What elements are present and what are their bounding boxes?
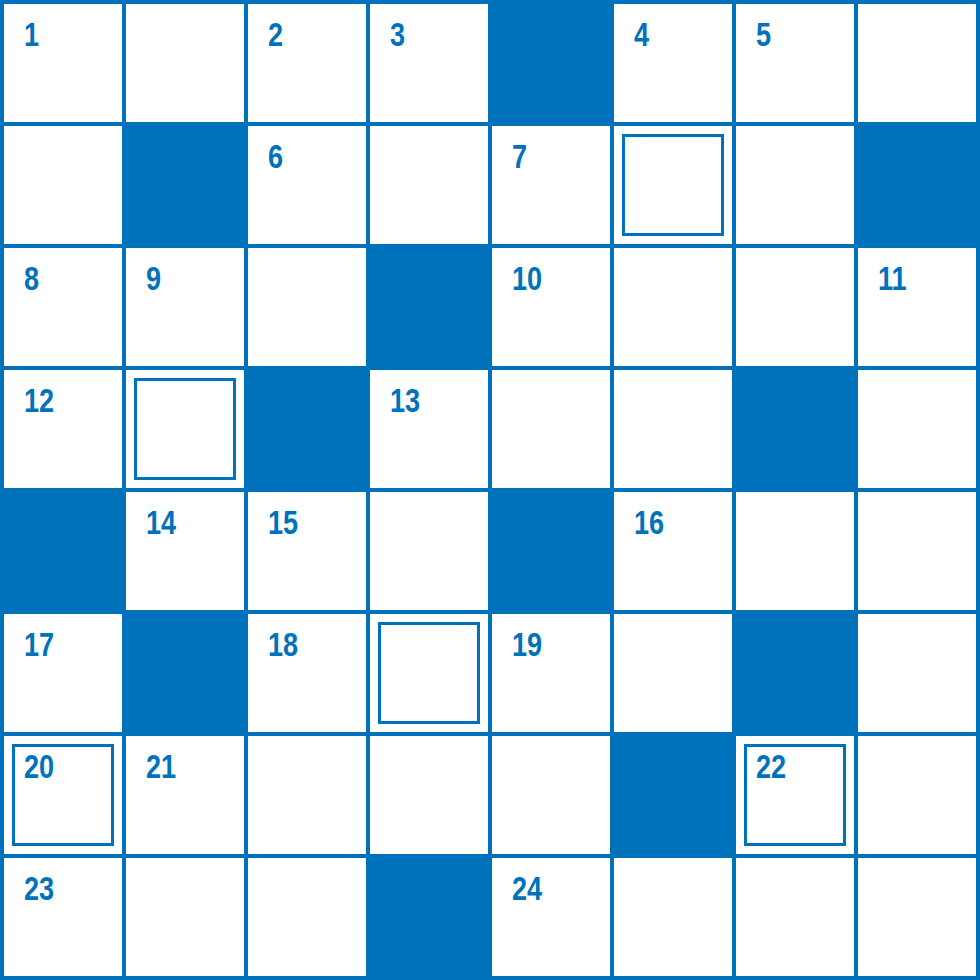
clue-number: 2 (268, 18, 283, 51)
white-cell-r4c8[interactable] (858, 370, 976, 488)
white-cell-r5c3[interactable]: 15 (248, 492, 366, 610)
white-cell-r2c3[interactable]: 6 (248, 126, 366, 244)
white-cell-r5c2[interactable]: 14 (126, 492, 244, 610)
white-cell-r4c2[interactable] (126, 370, 244, 488)
white-cell-r8c3[interactable] (248, 858, 366, 976)
white-cell-r2c4[interactable] (370, 126, 488, 244)
clue-number: 7 (512, 140, 527, 173)
clue-number: 24 (512, 872, 542, 905)
white-cell-r6c1[interactable]: 17 (4, 614, 122, 732)
white-cell-r8c5[interactable]: 24 (492, 858, 610, 976)
white-cell-r3c3[interactable] (248, 248, 366, 366)
marked-square-outline (378, 622, 480, 724)
white-cell-r7c3[interactable] (248, 736, 366, 854)
white-cell-r8c2[interactable] (126, 858, 244, 976)
white-cell-r5c8[interactable] (858, 492, 976, 610)
white-cell-r2c5[interactable]: 7 (492, 126, 610, 244)
white-cell-r1c7[interactable]: 5 (736, 4, 854, 122)
clue-number: 15 (268, 506, 298, 539)
white-cell-r4c6[interactable] (614, 370, 732, 488)
white-cell-r1c4[interactable]: 3 (370, 4, 488, 122)
block-cell-r1c5 (492, 4, 610, 122)
white-cell-r4c5[interactable] (492, 370, 610, 488)
white-cell-r1c6[interactable]: 4 (614, 4, 732, 122)
white-cell-r3c5[interactable]: 10 (492, 248, 610, 366)
clue-number: 6 (268, 140, 283, 173)
white-cell-r1c3[interactable]: 2 (248, 4, 366, 122)
clue-number: 16 (634, 506, 664, 539)
white-cell-r3c7[interactable] (736, 248, 854, 366)
white-cell-r5c6[interactable]: 16 (614, 492, 732, 610)
block-cell-r3c4 (370, 248, 488, 366)
white-cell-r1c8[interactable] (858, 4, 976, 122)
white-cell-r2c1[interactable] (4, 126, 122, 244)
white-cell-r6c3[interactable]: 18 (248, 614, 366, 732)
block-cell-r2c2 (126, 126, 244, 244)
white-cell-r8c6[interactable] (614, 858, 732, 976)
block-cell-r8c4 (370, 858, 488, 976)
white-cell-r3c6[interactable] (614, 248, 732, 366)
clue-number: 10 (512, 262, 542, 295)
block-cell-r6c2 (126, 614, 244, 732)
block-cell-r4c3 (248, 370, 366, 488)
white-cell-r2c7[interactable] (736, 126, 854, 244)
white-cell-r8c7[interactable] (736, 858, 854, 976)
white-cell-r4c1[interactable]: 12 (4, 370, 122, 488)
clue-number: 20 (24, 750, 54, 783)
white-cell-r4c4[interactable]: 13 (370, 370, 488, 488)
clue-number: 17 (24, 628, 54, 661)
clue-number: 9 (146, 262, 161, 295)
marked-square-outline (134, 378, 236, 480)
white-cell-r7c7[interactable]: 22 (736, 736, 854, 854)
clue-number: 21 (146, 750, 176, 783)
white-cell-r7c1[interactable]: 20 (4, 736, 122, 854)
clue-number: 13 (390, 384, 420, 417)
clue-number: 19 (512, 628, 542, 661)
white-cell-r8c8[interactable] (858, 858, 976, 976)
white-cell-r6c6[interactable] (614, 614, 732, 732)
block-cell-r5c5 (492, 492, 610, 610)
white-cell-r5c7[interactable] (736, 492, 854, 610)
block-cell-r7c6 (614, 736, 732, 854)
white-cell-r3c8[interactable]: 11 (858, 248, 976, 366)
white-cell-r8c1[interactable]: 23 (4, 858, 122, 976)
clue-number: 22 (756, 750, 786, 783)
block-cell-r4c7 (736, 370, 854, 488)
crossword-grid: 123456789101112131415161718192021222324 (0, 0, 980, 980)
block-cell-r2c8 (858, 126, 976, 244)
clue-number: 18 (268, 628, 298, 661)
clue-number: 12 (24, 384, 54, 417)
white-cell-r1c1[interactable]: 1 (4, 4, 122, 122)
white-cell-r7c2[interactable]: 21 (126, 736, 244, 854)
clue-number: 23 (24, 872, 54, 905)
block-cell-r5c1 (4, 492, 122, 610)
marked-square-outline (622, 134, 724, 236)
clue-number: 3 (390, 18, 405, 51)
white-cell-r6c5[interactable]: 19 (492, 614, 610, 732)
white-cell-r6c4[interactable] (370, 614, 488, 732)
clue-number: 5 (756, 18, 771, 51)
clue-number: 1 (24, 18, 39, 51)
white-cell-r3c1[interactable]: 8 (4, 248, 122, 366)
white-cell-r7c5[interactable] (492, 736, 610, 854)
clue-number: 4 (634, 18, 649, 51)
block-cell-r6c7 (736, 614, 854, 732)
white-cell-r7c4[interactable] (370, 736, 488, 854)
clue-number: 11 (878, 262, 907, 295)
white-cell-r3c2[interactable]: 9 (126, 248, 244, 366)
white-cell-r1c2[interactable] (126, 4, 244, 122)
clue-number: 14 (146, 506, 176, 539)
white-cell-r7c8[interactable] (858, 736, 976, 854)
white-cell-r5c4[interactable] (370, 492, 488, 610)
clue-number: 8 (24, 262, 39, 295)
white-cell-r6c8[interactable] (858, 614, 976, 732)
white-cell-r2c6[interactable] (614, 126, 732, 244)
